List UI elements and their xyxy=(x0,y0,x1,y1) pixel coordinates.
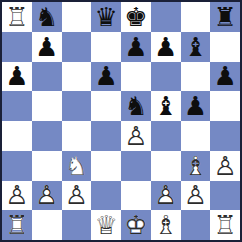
square-g5[interactable]: ♟ xyxy=(181,91,211,121)
piece-black-queen[interactable]: ♛ xyxy=(91,2,121,32)
square-g4[interactable] xyxy=(181,121,211,151)
black-pawn-icon: ♟ xyxy=(35,34,58,60)
square-e6[interactable] xyxy=(121,62,151,92)
piece-white-queen[interactable]: ♛♕ xyxy=(91,210,121,240)
square-c7[interactable] xyxy=(62,32,92,62)
square-c4[interactable] xyxy=(62,121,92,151)
square-c5[interactable] xyxy=(62,91,92,121)
white-pawn-icon: ♙ xyxy=(5,182,28,208)
white-bishop-icon: ♗ xyxy=(154,212,177,238)
piece-black-knight[interactable]: ♞ xyxy=(121,91,151,121)
square-e7[interactable]: ♟ xyxy=(121,32,151,62)
square-h7[interactable] xyxy=(210,32,240,62)
square-c3[interactable]: ♞♘ xyxy=(62,151,92,181)
white-pawn-icon: ♙ xyxy=(184,182,207,208)
square-a3[interactable] xyxy=(2,151,32,181)
square-c6[interactable] xyxy=(62,62,92,92)
black-pawn-icon: ♟ xyxy=(213,63,236,89)
square-f5[interactable]: ♝ xyxy=(151,91,181,121)
piece-black-bishop[interactable]: ♝ xyxy=(181,32,211,62)
square-e4[interactable]: ♟♙ xyxy=(121,121,151,151)
square-h1[interactable]: ♜♖ xyxy=(210,210,240,240)
square-d1[interactable]: ♛♕ xyxy=(91,210,121,240)
piece-white-pawn[interactable]: ♟♙ xyxy=(32,181,62,211)
black-pawn-icon: ♟ xyxy=(154,34,177,60)
square-d8[interactable]: ♛ xyxy=(91,2,121,32)
black-bishop-icon: ♝ xyxy=(154,93,177,119)
piece-black-pawn[interactable]: ♟ xyxy=(121,32,151,62)
square-a1[interactable]: ♜♖ xyxy=(2,210,32,240)
white-pawn-icon: ♙ xyxy=(154,182,177,208)
black-rook-icon: ♜ xyxy=(213,4,236,30)
square-g7[interactable]: ♝ xyxy=(181,32,211,62)
square-h8[interactable]: ♜ xyxy=(210,2,240,32)
piece-white-pawn[interactable]: ♟♙ xyxy=(121,121,151,151)
piece-white-rook[interactable]: ♜♖ xyxy=(2,210,32,240)
square-a6[interactable]: ♟ xyxy=(2,62,32,92)
square-f6[interactable] xyxy=(151,62,181,92)
black-pawn-icon: ♟ xyxy=(94,63,117,89)
square-h6[interactable]: ♟ xyxy=(210,62,240,92)
white-rook-icon: ♖ xyxy=(5,4,28,30)
square-f1[interactable]: ♝♗ xyxy=(151,210,181,240)
square-b1[interactable] xyxy=(32,210,62,240)
square-d4[interactable] xyxy=(91,121,121,151)
black-bishop-icon: ♝ xyxy=(184,34,207,60)
square-g8[interactable] xyxy=(181,2,211,32)
square-b6[interactable] xyxy=(32,62,62,92)
square-h5[interactable] xyxy=(210,91,240,121)
square-e1[interactable]: ♚♔ xyxy=(121,210,151,240)
piece-white-pawn[interactable]: ♟♙ xyxy=(151,181,181,211)
square-d7[interactable] xyxy=(91,32,121,62)
piece-white-bishop[interactable]: ♝♗ xyxy=(181,151,211,181)
square-f3[interactable] xyxy=(151,151,181,181)
chess-board-frame: ♜♖♞♛♚♜♟♟♟♝♟♟♟♞♝♟♟♙♞♘♝♗♟♙♟♙♟♙♟♙♟♙♟♙♜♖♛♕♚♔… xyxy=(0,0,242,242)
piece-black-pawn[interactable]: ♟ xyxy=(151,32,181,62)
black-knight-icon: ♞ xyxy=(35,4,58,30)
square-e3[interactable] xyxy=(121,151,151,181)
square-f2[interactable]: ♟♙ xyxy=(151,181,181,211)
white-rook-icon: ♖ xyxy=(5,212,28,238)
square-e5[interactable]: ♞ xyxy=(121,91,151,121)
piece-white-pawn[interactable]: ♟♙ xyxy=(181,181,211,211)
square-c2[interactable]: ♟♙ xyxy=(62,181,92,211)
piece-black-king[interactable]: ♚ xyxy=(121,2,151,32)
square-a5[interactable] xyxy=(2,91,32,121)
piece-black-pawn[interactable]: ♟ xyxy=(32,32,62,62)
white-rook-icon: ♖ xyxy=(213,212,236,238)
square-a2[interactable]: ♟♙ xyxy=(2,181,32,211)
piece-white-pawn[interactable]: ♟♙ xyxy=(210,151,240,181)
chess-board: ♜♖♞♛♚♜♟♟♟♝♟♟♟♞♝♟♟♙♞♘♝♗♟♙♟♙♟♙♟♙♟♙♟♙♜♖♛♕♚♔… xyxy=(2,2,240,240)
square-b4[interactable] xyxy=(32,121,62,151)
square-d3[interactable] xyxy=(91,151,121,181)
square-h2[interactable] xyxy=(210,181,240,211)
square-g2[interactable]: ♟♙ xyxy=(181,181,211,211)
piece-black-pawn[interactable]: ♟ xyxy=(91,62,121,92)
piece-white-rook[interactable]: ♜♖ xyxy=(210,210,240,240)
square-b7[interactable]: ♟ xyxy=(32,32,62,62)
white-pawn-icon: ♙ xyxy=(35,182,58,208)
piece-black-bishop[interactable]: ♝ xyxy=(151,91,181,121)
white-queen-icon: ♕ xyxy=(94,212,117,238)
square-b3[interactable] xyxy=(32,151,62,181)
square-e2[interactable] xyxy=(121,181,151,211)
square-f8[interactable] xyxy=(151,2,181,32)
square-a8[interactable]: ♜♖ xyxy=(2,2,32,32)
square-c1[interactable] xyxy=(62,210,92,240)
square-c8[interactable] xyxy=(62,2,92,32)
white-pawn-icon: ♙ xyxy=(124,123,147,149)
piece-black-knight[interactable]: ♞ xyxy=(32,2,62,32)
black-king-icon: ♚ xyxy=(124,4,147,30)
square-d6[interactable]: ♟ xyxy=(91,62,121,92)
square-h3[interactable]: ♟♙ xyxy=(210,151,240,181)
black-queen-icon: ♛ xyxy=(94,4,117,30)
piece-white-pawn[interactable]: ♟♙ xyxy=(2,181,32,211)
piece-white-king[interactable]: ♚♔ xyxy=(121,210,151,240)
piece-black-pawn[interactable]: ♟ xyxy=(181,91,211,121)
square-g1[interactable] xyxy=(181,210,211,240)
piece-black-pawn[interactable]: ♟ xyxy=(2,62,32,92)
square-f4[interactable] xyxy=(151,121,181,151)
black-pawn-icon: ♟ xyxy=(184,93,207,119)
piece-black-rook[interactable]: ♜ xyxy=(210,2,240,32)
black-pawn-icon: ♟ xyxy=(124,34,147,60)
square-b8[interactable]: ♞ xyxy=(32,2,62,32)
square-d2[interactable] xyxy=(91,181,121,211)
piece-white-knight[interactable]: ♞♘ xyxy=(62,151,92,181)
square-b2[interactable]: ♟♙ xyxy=(32,181,62,211)
piece-white-rook[interactable]: ♜♖ xyxy=(2,2,32,32)
piece-black-pawn[interactable]: ♟ xyxy=(210,62,240,92)
piece-white-bishop[interactable]: ♝♗ xyxy=(151,210,181,240)
white-knight-icon: ♘ xyxy=(65,153,88,179)
white-bishop-icon: ♗ xyxy=(184,153,207,179)
white-king-icon: ♔ xyxy=(124,212,147,238)
square-f7[interactable]: ♟ xyxy=(151,32,181,62)
black-knight-icon: ♞ xyxy=(124,93,147,119)
square-a4[interactable] xyxy=(2,121,32,151)
square-d5[interactable] xyxy=(91,91,121,121)
white-pawn-icon: ♙ xyxy=(213,153,236,179)
square-h4[interactable] xyxy=(210,121,240,151)
white-pawn-icon: ♙ xyxy=(65,182,88,208)
square-a7[interactable] xyxy=(2,32,32,62)
square-g3[interactable]: ♝♗ xyxy=(181,151,211,181)
square-b5[interactable] xyxy=(32,91,62,121)
square-e8[interactable]: ♚ xyxy=(121,2,151,32)
square-g6[interactable] xyxy=(181,62,211,92)
piece-white-pawn[interactable]: ♟♙ xyxy=(62,181,92,211)
black-pawn-icon: ♟ xyxy=(5,63,28,89)
